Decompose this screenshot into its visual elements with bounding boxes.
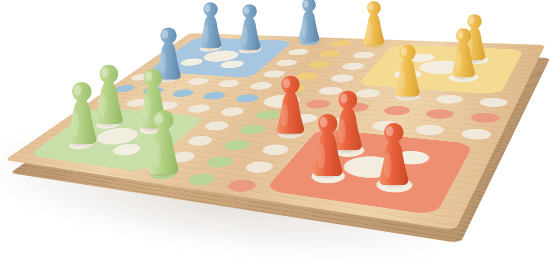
field-circle-5-1 <box>128 73 154 81</box>
field-circle-10-5 <box>166 151 199 164</box>
field-circle-3-5 <box>273 59 299 67</box>
ludo-product-photo <box>0 0 550 258</box>
field-circle-11-6 <box>184 173 219 188</box>
field-circle-11-7 <box>224 178 260 193</box>
field-circle-5-5 <box>247 81 275 90</box>
field-circle-7-2 <box>123 98 151 107</box>
field-circle-11-5 <box>146 167 180 181</box>
field-circle-6-11 <box>469 112 502 124</box>
field-circle-2-7 <box>350 51 377 58</box>
field-circle-1-6 <box>328 40 353 47</box>
field-circle-8-6 <box>237 124 268 135</box>
field-circle-7-9 <box>369 120 402 132</box>
field-circle-10-7 <box>242 160 277 174</box>
field-circle-6-3 <box>169 89 197 98</box>
field-circle-7-8 <box>328 116 360 127</box>
field-circle-6-5 <box>233 94 262 103</box>
field-circle-5-3 <box>185 77 212 85</box>
field-circle-6-7 <box>303 99 333 109</box>
field-circle-4-6 <box>293 72 321 80</box>
field-circle-5-11 <box>477 97 509 108</box>
field-circle-9-5 <box>184 135 216 147</box>
field-circle-6-10 <box>424 108 456 119</box>
field-circle-8-5 <box>201 120 232 131</box>
field-circle-7-6 <box>252 110 282 121</box>
field-circle-1-7 <box>361 41 387 48</box>
field-circle-2-5 <box>285 49 311 56</box>
field-circle-6-4 <box>200 91 228 100</box>
field-circle-5-10 <box>434 94 465 104</box>
field-circle-6-8 <box>341 102 372 112</box>
field-circle-7-11 <box>459 128 493 141</box>
field-circle-5-9 <box>392 91 423 101</box>
field-circle-2-6 <box>317 50 343 57</box>
field-circle-10-6 <box>203 155 237 168</box>
field-circle-9-7 <box>259 143 292 156</box>
field-circle-5-7 <box>316 86 345 95</box>
field-circle-6-9 <box>381 105 413 116</box>
field-circle-5-8 <box>353 89 383 99</box>
field-circle-5-6 <box>281 84 310 93</box>
field-circle-3-7 <box>340 62 367 70</box>
field-circle-5-4 <box>215 79 242 87</box>
field-circle-4-7 <box>328 74 356 83</box>
field-circle-7-4 <box>184 104 213 114</box>
field-circle-6-2 <box>140 86 167 94</box>
field-circle-7-10 <box>413 124 447 136</box>
track-cell-7-11 <box>448 124 505 146</box>
field-circle-7-3 <box>153 101 181 110</box>
field-circle-7-5 <box>218 107 248 117</box>
field-circle-5-2 <box>156 75 182 83</box>
field-circle-4-5 <box>261 70 288 78</box>
field-circle-7-7 <box>289 113 320 124</box>
field-circle-1-5 <box>297 39 322 46</box>
field-circle-9-6 <box>220 139 253 151</box>
field-circle-3-6 <box>306 61 333 69</box>
field-circle-8-7 <box>275 128 307 140</box>
